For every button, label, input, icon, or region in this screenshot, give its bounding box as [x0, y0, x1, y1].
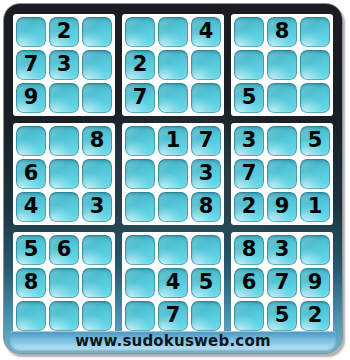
cell-r2c9[interactable]: [300, 50, 330, 80]
cell-r9c4[interactable]: [125, 301, 155, 331]
cell-r7c5[interactable]: [158, 235, 188, 265]
cell-r4c4[interactable]: [125, 126, 155, 156]
cell-r4c2[interactable]: [49, 126, 79, 156]
footer-bar: www.sudokusweb.com: [10, 331, 336, 351]
given-digit: 5: [275, 305, 290, 326]
cell-r8c6[interactable]: 5: [191, 268, 221, 298]
given-digit: 6: [24, 163, 39, 184]
cell-r2c2[interactable]: 3: [49, 50, 79, 80]
box-r3c3: 8367952: [231, 232, 333, 334]
given-digit: 9: [308, 272, 323, 293]
cell-r5c5[interactable]: [158, 159, 188, 189]
given-digit: 2: [57, 21, 72, 42]
given-digit: 7: [166, 305, 181, 326]
cell-r3c4[interactable]: 7: [125, 83, 155, 113]
cell-r9c3[interactable]: [82, 301, 112, 331]
cell-r7c8[interactable]: 3: [267, 235, 297, 265]
cell-r3c1[interactable]: 9: [16, 83, 46, 113]
cell-r6c8[interactable]: 9: [267, 192, 297, 222]
cell-r8c1[interactable]: 8: [16, 268, 46, 298]
given-digit: 4: [166, 272, 181, 293]
cell-r2c4[interactable]: 2: [125, 50, 155, 80]
box-r1c2: 427: [122, 14, 224, 116]
given-digit: 1: [308, 196, 323, 217]
cell-r1c1[interactable]: [16, 17, 46, 47]
cell-r3c7[interactable]: 5: [234, 83, 264, 113]
cell-r1c8[interactable]: 8: [267, 17, 297, 47]
cell-r8c5[interactable]: 4: [158, 268, 188, 298]
cell-r4c9[interactable]: 5: [300, 126, 330, 156]
cell-r9c9[interactable]: 2: [300, 301, 330, 331]
cell-r3c2[interactable]: [49, 83, 79, 113]
given-digit: 3: [242, 130, 257, 151]
given-digit: 5: [24, 239, 39, 260]
cell-r1c2[interactable]: 2: [49, 17, 79, 47]
cell-r8c4[interactable]: [125, 268, 155, 298]
given-digit: 8: [199, 196, 214, 217]
cell-r4c1[interactable]: [16, 126, 46, 156]
cell-r2c8[interactable]: [267, 50, 297, 80]
cell-r6c4[interactable]: [125, 192, 155, 222]
cell-r6c2[interactable]: [49, 192, 79, 222]
given-digit: 4: [24, 196, 39, 217]
box-r2c2: 1738: [122, 123, 224, 225]
cell-r2c1[interactable]: 7: [16, 50, 46, 80]
cell-r6c7[interactable]: 2: [234, 192, 264, 222]
cell-r9c1[interactable]: [16, 301, 46, 331]
cell-r9c8[interactable]: 5: [267, 301, 297, 331]
cell-r1c7[interactable]: [234, 17, 264, 47]
box-r1c3: 85: [231, 14, 333, 116]
given-digit: 8: [275, 21, 290, 42]
cell-r6c5[interactable]: [158, 192, 188, 222]
cell-r5c3[interactable]: [82, 159, 112, 189]
given-digit: 2: [242, 196, 257, 217]
cell-r1c3[interactable]: [82, 17, 112, 47]
given-digit: 7: [199, 130, 214, 151]
given-digit: 7: [133, 87, 148, 108]
cell-r4c6[interactable]: 7: [191, 126, 221, 156]
given-digit: 1: [166, 130, 181, 151]
cell-r1c5[interactable]: [158, 17, 188, 47]
cell-r8c7[interactable]: 6: [234, 268, 264, 298]
cell-r8c9[interactable]: 9: [300, 268, 330, 298]
box-r3c1: 568: [13, 232, 115, 334]
cell-r3c9[interactable]: [300, 83, 330, 113]
cell-r4c5[interactable]: 1: [158, 126, 188, 156]
cell-r2c5[interactable]: [158, 50, 188, 80]
cell-r2c6[interactable]: [191, 50, 221, 80]
cell-r9c2[interactable]: [49, 301, 79, 331]
cell-r7c6[interactable]: [191, 235, 221, 265]
cell-r5c8[interactable]: [267, 159, 297, 189]
cell-r1c4[interactable]: [125, 17, 155, 47]
given-digit: 4: [199, 21, 214, 42]
given-digit: 8: [24, 272, 39, 293]
given-digit: 3: [57, 54, 72, 75]
cell-r6c3[interactable]: 3: [82, 192, 112, 222]
given-digit: 3: [199, 163, 214, 184]
cell-r7c1[interactable]: 5: [16, 235, 46, 265]
cell-r5c2[interactable]: [49, 159, 79, 189]
cell-r7c4[interactable]: [125, 235, 155, 265]
given-digit: 3: [90, 196, 105, 217]
cell-r6c1[interactable]: 4: [16, 192, 46, 222]
cell-r8c2[interactable]: [49, 268, 79, 298]
cell-r5c9[interactable]: [300, 159, 330, 189]
given-digit: 6: [242, 272, 257, 293]
cell-r7c7[interactable]: 8: [234, 235, 264, 265]
given-digit: 7: [275, 272, 290, 293]
cell-r7c2[interactable]: 6: [49, 235, 79, 265]
cell-r5c1[interactable]: 6: [16, 159, 46, 189]
cell-r7c3[interactable]: [82, 235, 112, 265]
given-digit: 5: [308, 130, 323, 151]
cell-r3c3[interactable]: [82, 83, 112, 113]
cell-r5c6[interactable]: 3: [191, 159, 221, 189]
sudoku-board: 273942785864317383572915684578367952 www…: [3, 3, 343, 354]
given-digit: 8: [242, 239, 257, 260]
cell-r9c5[interactable]: 7: [158, 301, 188, 331]
cell-r4c7[interactable]: 3: [234, 126, 264, 156]
given-digit: 7: [242, 163, 257, 184]
cell-r1c6[interactable]: 4: [191, 17, 221, 47]
box-r2c3: 357291: [231, 123, 333, 225]
given-digit: 7: [24, 54, 39, 75]
cell-r9c6[interactable]: [191, 301, 221, 331]
sudoku-grid: 273942785864317383572915684578367952: [4, 4, 333, 334]
site-url: www.sudokusweb.com: [75, 332, 270, 350]
cell-r2c7[interactable]: [234, 50, 264, 80]
cell-r1c9[interactable]: [300, 17, 330, 47]
given-digit: 2: [308, 305, 323, 326]
given-digit: 5: [199, 272, 214, 293]
given-digit: 5: [242, 87, 257, 108]
cell-r2c3[interactable]: [82, 50, 112, 80]
cell-r6c6[interactable]: 8: [191, 192, 221, 222]
cell-r4c8[interactable]: [267, 126, 297, 156]
box-r2c1: 8643: [13, 123, 115, 225]
given-digit: 6: [57, 239, 72, 260]
cell-r7c9[interactable]: [300, 235, 330, 265]
given-digit: 3: [275, 239, 290, 260]
box-r3c2: 457: [122, 232, 224, 334]
cell-r3c5[interactable]: [158, 83, 188, 113]
given-digit: 8: [90, 130, 105, 151]
cell-r6c9[interactable]: 1: [300, 192, 330, 222]
cell-r9c7[interactable]: [234, 301, 264, 331]
cell-r3c8[interactable]: [267, 83, 297, 113]
cell-r3c6[interactable]: [191, 83, 221, 113]
given-digit: 2: [133, 54, 148, 75]
cell-r5c4[interactable]: [125, 159, 155, 189]
cell-r4c3[interactable]: 8: [82, 126, 112, 156]
cell-r5c7[interactable]: 7: [234, 159, 264, 189]
cell-r8c8[interactable]: 7: [267, 268, 297, 298]
given-digit: 9: [24, 87, 39, 108]
cell-r8c3[interactable]: [82, 268, 112, 298]
given-digit: 9: [275, 196, 290, 217]
box-r1c1: 2739: [13, 14, 115, 116]
